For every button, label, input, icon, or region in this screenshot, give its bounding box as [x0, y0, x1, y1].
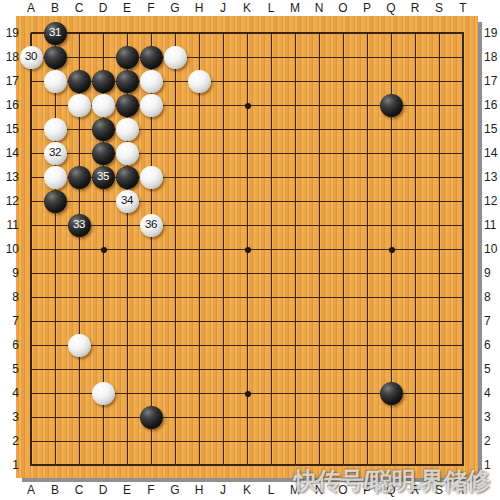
- coord-letter-top: C: [67, 0, 91, 16]
- stone-white-E14: [116, 142, 139, 165]
- coord-number-right: 10: [484, 241, 500, 257]
- watermark: 快传号/聪明.界储修: [294, 465, 489, 497]
- stone-white-H17: [188, 70, 211, 93]
- grid-line-horizontal: [31, 273, 464, 274]
- stone-black-E18: [116, 46, 139, 69]
- coord-number-left: 6: [0, 337, 19, 353]
- coord-number-right: 6: [484, 337, 500, 353]
- coord-number-right: 15: [484, 121, 500, 137]
- stone-white-E15: [116, 118, 139, 141]
- coord-number-left: 17: [0, 73, 19, 89]
- coord-letter-bottom: J: [211, 482, 235, 498]
- stone-black-F18: [140, 46, 163, 69]
- stone-white-B13: [44, 166, 67, 189]
- stone-black-B19: 31: [44, 22, 67, 45]
- coord-letter-top: N: [307, 0, 331, 16]
- coord-number-left: 13: [0, 169, 19, 185]
- coord-letter-top: G: [163, 0, 187, 16]
- stone-white-F16: [140, 94, 163, 117]
- coord-number-right: 8: [484, 289, 500, 305]
- coord-letter-bottom: B: [43, 482, 67, 498]
- grid-line-vertical: [271, 33, 272, 466]
- coord-letter-top: L: [259, 0, 283, 16]
- coord-number-left: 3: [0, 409, 19, 425]
- stone-black-C13: [68, 166, 91, 189]
- coord-number-right: 13: [484, 169, 500, 185]
- coord-number-left: 9: [0, 265, 19, 281]
- stone-black-D17: [92, 70, 115, 93]
- grid-line-vertical: [319, 33, 320, 466]
- coord-letter-bottom: H: [187, 482, 211, 498]
- grid-line-vertical: [415, 33, 416, 466]
- coord-number-right: 2: [484, 433, 500, 449]
- stone-white-B14: 32: [44, 142, 67, 165]
- stone-white-F11: 36: [140, 214, 163, 237]
- stone-black-F3: [140, 406, 163, 429]
- coord-number-left: 7: [0, 313, 19, 329]
- star-point: [101, 247, 107, 253]
- coord-letter-top: B: [43, 0, 67, 16]
- coord-number-left: 4: [0, 385, 19, 401]
- coord-number-right: 12: [484, 193, 500, 209]
- stone-black-C17: [68, 70, 91, 93]
- coord-letter-bottom: L: [259, 482, 283, 498]
- grid-line-vertical: [343, 33, 344, 466]
- coord-number-right: 9: [484, 265, 500, 281]
- coord-number-left: 14: [0, 145, 19, 161]
- stone-black-Q16: [380, 94, 403, 117]
- coord-number-left: 16: [0, 97, 19, 113]
- coord-letter-top: O: [331, 0, 355, 16]
- stone-white-D16: [92, 94, 115, 117]
- stone-black-E16: [116, 94, 139, 117]
- coord-letter-top: M: [283, 0, 307, 16]
- coord-number-right: 5: [484, 361, 500, 377]
- grid-line-horizontal: [31, 369, 464, 370]
- coord-number-left: 2: [0, 433, 19, 449]
- coord-letter-bottom: F: [139, 482, 163, 498]
- stone-black-B18: [44, 46, 67, 69]
- grid-line-vertical: [295, 33, 296, 466]
- move-number-label: 32: [49, 147, 61, 159]
- star-point: [389, 247, 395, 253]
- stone-black-Q4: [380, 382, 403, 405]
- stone-white-A18: 30: [20, 46, 43, 69]
- coord-letter-top: F: [139, 0, 163, 16]
- coord-letter-top: H: [187, 0, 211, 16]
- go-diagram: AABBCCDDEEFFGGHHJJKKLLMMNNOOPPQQRRSSTT19…: [0, 0, 500, 500]
- stone-black-D13: 35: [92, 166, 115, 189]
- grid-line-vertical: [439, 33, 440, 466]
- coord-letter-bottom: D: [91, 482, 115, 498]
- stone-black-D14: [92, 142, 115, 165]
- coord-number-right: 17: [484, 73, 500, 89]
- coord-letter-bottom: G: [163, 482, 187, 498]
- coord-letter-top: E: [115, 0, 139, 16]
- grid-line-horizontal: [31, 441, 464, 442]
- move-number-label: 34: [121, 195, 133, 207]
- coord-letter-top: R: [403, 0, 427, 16]
- grid-line-vertical: [367, 33, 368, 466]
- coord-letter-top: K: [235, 0, 259, 16]
- move-number-label: 33: [73, 219, 85, 231]
- stone-white-G18: [164, 46, 187, 69]
- coord-number-left: 15: [0, 121, 19, 137]
- coord-letter-top: D: [91, 0, 115, 16]
- grid-line-horizontal: [31, 345, 464, 346]
- coord-number-left: 12: [0, 193, 19, 209]
- coord-number-right: 18: [484, 49, 500, 65]
- stone-white-E12: 34: [116, 190, 139, 213]
- coord-number-left: 8: [0, 289, 19, 305]
- coord-letter-bottom: A: [19, 482, 43, 498]
- stone-black-E17: [116, 70, 139, 93]
- star-point: [245, 103, 251, 109]
- coord-number-right: 16: [484, 97, 500, 113]
- grid-line-horizontal: [31, 321, 464, 322]
- coord-letter-top: Q: [379, 0, 403, 16]
- coord-letter-bottom: K: [235, 482, 259, 498]
- coord-letter-top: T: [451, 0, 475, 16]
- star-point: [245, 391, 251, 397]
- coord-number-left: 1: [0, 457, 19, 473]
- coord-letter-top: S: [427, 0, 451, 16]
- stone-black-E13: [116, 166, 139, 189]
- stone-white-D4: [92, 382, 115, 405]
- stone-black-B12: [44, 190, 67, 213]
- coord-number-right: 14: [484, 145, 500, 161]
- star-point: [245, 247, 251, 253]
- stone-white-C6: [68, 334, 91, 357]
- stone-white-B15: [44, 118, 67, 141]
- stone-white-B17: [44, 70, 67, 93]
- coord-number-left: 10: [0, 241, 19, 257]
- grid-line-horizontal: [31, 417, 464, 418]
- stone-white-C16: [68, 94, 91, 117]
- coord-number-right: 3: [484, 409, 500, 425]
- grid-line-horizontal: [31, 297, 464, 298]
- grid-line-vertical: [462, 33, 464, 466]
- coord-number-left: 18: [0, 49, 19, 65]
- coord-letter-top: A: [19, 0, 43, 16]
- coord-letter-bottom: C: [67, 482, 91, 498]
- coord-number-right: 19: [484, 25, 500, 41]
- coord-letter-top: P: [355, 0, 379, 16]
- coord-number-right: 4: [484, 385, 500, 401]
- coord-number-right: 7: [484, 313, 500, 329]
- coord-letter-top: J: [211, 0, 235, 16]
- stone-white-F13: [140, 166, 163, 189]
- stone-white-F17: [140, 70, 163, 93]
- move-number-label: 36: [145, 219, 157, 231]
- move-number-label: 31: [49, 27, 61, 39]
- coord-number-right: 11: [484, 217, 500, 233]
- stone-black-C11: 33: [68, 214, 91, 237]
- coord-letter-bottom: E: [115, 482, 139, 498]
- stone-black-D15: [92, 118, 115, 141]
- coord-number-left: 5: [0, 361, 19, 377]
- move-number-label: 35: [97, 171, 109, 183]
- coord-number-left: 19: [0, 25, 19, 41]
- move-number-label: 30: [25, 51, 37, 63]
- coord-number-left: 11: [0, 217, 19, 233]
